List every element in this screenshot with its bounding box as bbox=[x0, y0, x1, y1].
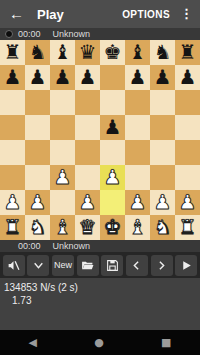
to-move-indicator-white bbox=[5, 242, 13, 250]
square-e5[interactable]: ♟ bbox=[100, 115, 125, 140]
black-player-name: Unknown bbox=[53, 28, 91, 40]
piece-white-pawn: ♟ bbox=[29, 190, 47, 215]
square-h8[interactable]: ♜ bbox=[175, 40, 200, 65]
black-clock: 00:00 bbox=[18, 28, 41, 40]
square-g6[interactable] bbox=[150, 90, 175, 115]
engine-output-panel: 134853 N/s (2 s) 1.73 bbox=[0, 278, 200, 330]
piece-white-pawn: ♟ bbox=[104, 165, 122, 190]
piece-black-pawn: ♟ bbox=[79, 65, 97, 90]
square-f3[interactable] bbox=[125, 165, 150, 190]
options-button[interactable]: OPTIONS bbox=[122, 9, 170, 20]
square-c3[interactable]: ♟ bbox=[50, 165, 75, 190]
square-b5[interactable] bbox=[25, 115, 50, 140]
square-a7[interactable]: ♟ bbox=[0, 65, 25, 90]
piece-white-pawn: ♟ bbox=[154, 190, 172, 215]
android-back-icon[interactable]: ◀ bbox=[19, 336, 47, 349]
black-player-bar: 00:00 Unknown bbox=[0, 28, 200, 40]
piece-white-pawn: ♟ bbox=[79, 190, 97, 215]
piece-white-rook: ♜ bbox=[4, 215, 22, 240]
square-a3[interactable] bbox=[0, 165, 25, 190]
white-clock: 00:00 bbox=[18, 240, 41, 252]
square-g8[interactable]: ♞ bbox=[150, 40, 175, 65]
new-game-button[interactable]: New bbox=[52, 255, 74, 276]
square-f8[interactable]: ♝ bbox=[125, 40, 150, 65]
square-c8[interactable]: ♝ bbox=[50, 40, 75, 65]
piece-black-king: ♚ bbox=[104, 40, 122, 65]
square-b7[interactable]: ♟ bbox=[25, 65, 50, 90]
square-h1[interactable]: ♜ bbox=[175, 215, 200, 240]
square-g3[interactable] bbox=[150, 165, 175, 190]
square-a6[interactable] bbox=[0, 90, 25, 115]
android-nav-bar: ◀ ● ■ bbox=[0, 330, 200, 355]
square-d5[interactable] bbox=[75, 115, 100, 140]
square-d4[interactable] bbox=[75, 140, 100, 165]
white-player-name: Unknown bbox=[53, 240, 91, 252]
toolbar: New bbox=[0, 252, 200, 278]
play-triangle-icon bbox=[180, 259, 193, 272]
square-f7[interactable]: ♟ bbox=[125, 65, 150, 90]
square-h3[interactable] bbox=[175, 165, 200, 190]
floppy-disk-icon bbox=[106, 259, 119, 272]
square-d6[interactable] bbox=[75, 90, 100, 115]
play-button[interactable] bbox=[175, 255, 197, 276]
piece-black-pawn: ♟ bbox=[129, 65, 147, 90]
square-h2[interactable]: ♟ bbox=[175, 190, 200, 215]
chess-board: ♜♞♝♛♚♝♞♜♟♟♟♟♟♟♟♟♟♟♟♟♟♟♟♟♜♞♝♛♚♝♞♜ bbox=[0, 40, 200, 240]
piece-white-bishop: ♝ bbox=[54, 215, 72, 240]
square-c7[interactable]: ♟ bbox=[50, 65, 75, 90]
piece-black-pawn: ♟ bbox=[154, 65, 172, 90]
square-d1[interactable]: ♛ bbox=[75, 215, 100, 240]
piece-white-pawn: ♟ bbox=[4, 190, 22, 215]
square-d2[interactable]: ♟ bbox=[75, 190, 100, 215]
square-e1[interactable]: ♚ bbox=[100, 215, 125, 240]
piece-white-queen: ♛ bbox=[79, 215, 97, 240]
to-move-indicator-black bbox=[5, 30, 13, 38]
square-e8[interactable]: ♚ bbox=[100, 40, 125, 65]
square-g4[interactable] bbox=[150, 140, 175, 165]
save-button[interactable] bbox=[101, 255, 123, 276]
piece-black-knight: ♞ bbox=[29, 40, 47, 65]
step-back-button[interactable] bbox=[126, 255, 148, 276]
engine-eval-line: 1.73 bbox=[4, 294, 200, 307]
android-recents-icon[interactable]: ■ bbox=[151, 336, 181, 349]
piece-black-pawn: ♟ bbox=[29, 65, 47, 90]
square-a8[interactable]: ♜ bbox=[0, 40, 25, 65]
page-title: Play bbox=[37, 7, 122, 22]
android-home-icon[interactable]: ● bbox=[84, 336, 114, 349]
square-e4[interactable] bbox=[100, 140, 125, 165]
square-f2[interactable]: ♟ bbox=[125, 190, 150, 215]
chevron-down-icon bbox=[32, 259, 45, 272]
square-f1[interactable]: ♝ bbox=[125, 215, 150, 240]
square-c1[interactable]: ♝ bbox=[50, 215, 75, 240]
piece-white-king: ♚ bbox=[104, 215, 122, 240]
back-arrow-icon[interactable]: ← bbox=[0, 5, 28, 24]
piece-white-knight: ♞ bbox=[29, 215, 47, 240]
piece-black-bishop: ♝ bbox=[54, 40, 72, 65]
square-d7[interactable]: ♟ bbox=[75, 65, 100, 90]
square-d3[interactable] bbox=[75, 165, 100, 190]
square-e6[interactable] bbox=[100, 90, 125, 115]
square-h5[interactable] bbox=[175, 115, 200, 140]
muted-speaker-icon bbox=[7, 259, 20, 272]
square-c2[interactable] bbox=[50, 190, 75, 215]
square-e2[interactable] bbox=[100, 190, 125, 215]
kebab-menu-icon[interactable]: ⋮ bbox=[177, 6, 200, 23]
square-b8[interactable]: ♞ bbox=[25, 40, 50, 65]
piece-black-pawn: ♟ bbox=[4, 65, 22, 90]
screen: ← Play OPTIONS ⋮ 00:00 Unknown ♜♞♝♛♚♝♞♜♟… bbox=[0, 0, 200, 355]
square-f6[interactable] bbox=[125, 90, 150, 115]
square-b2[interactable]: ♟ bbox=[25, 190, 50, 215]
square-c4[interactable] bbox=[50, 140, 75, 165]
piece-black-pawn: ♟ bbox=[104, 115, 122, 140]
square-h4[interactable] bbox=[175, 140, 200, 165]
square-b4[interactable] bbox=[25, 140, 50, 165]
piece-white-bishop: ♝ bbox=[129, 215, 147, 240]
piece-white-knight: ♞ bbox=[154, 215, 172, 240]
piece-white-pawn: ♟ bbox=[129, 190, 147, 215]
square-e7[interactable] bbox=[100, 65, 125, 90]
piece-black-knight: ♞ bbox=[154, 40, 172, 65]
square-f4[interactable] bbox=[125, 140, 150, 165]
square-g2[interactable]: ♟ bbox=[150, 190, 175, 215]
square-b1[interactable]: ♞ bbox=[25, 215, 50, 240]
load-button[interactable] bbox=[77, 255, 99, 276]
piece-black-bishop: ♝ bbox=[129, 40, 147, 65]
piece-black-pawn: ♟ bbox=[179, 65, 197, 90]
piece-white-rook: ♜ bbox=[179, 215, 197, 240]
square-c6[interactable] bbox=[50, 90, 75, 115]
step-forward-button[interactable] bbox=[151, 255, 173, 276]
chevron-left-icon bbox=[130, 259, 143, 272]
square-g7[interactable]: ♟ bbox=[150, 65, 175, 90]
open-folder-icon bbox=[81, 259, 94, 272]
piece-black-pawn: ♟ bbox=[54, 65, 72, 90]
square-g5[interactable] bbox=[150, 115, 175, 140]
piece-black-queen: ♛ bbox=[79, 40, 97, 65]
square-d8[interactable]: ♛ bbox=[75, 40, 100, 65]
square-g1[interactable]: ♞ bbox=[150, 215, 175, 240]
square-c5[interactable] bbox=[50, 115, 75, 140]
engine-nps-line: 134853 N/s (2 s) bbox=[4, 281, 200, 294]
square-b6[interactable] bbox=[25, 90, 50, 115]
piece-white-pawn: ♟ bbox=[54, 165, 72, 190]
square-h6[interactable] bbox=[175, 90, 200, 115]
app-bar: ← Play OPTIONS ⋮ bbox=[0, 0, 200, 28]
square-a5[interactable] bbox=[0, 115, 25, 140]
mute-button[interactable] bbox=[3, 255, 25, 276]
square-f5[interactable] bbox=[125, 115, 150, 140]
piece-black-rook: ♜ bbox=[179, 40, 197, 65]
square-b3[interactable] bbox=[25, 165, 50, 190]
piece-black-rook: ♜ bbox=[4, 40, 22, 65]
expand-button[interactable] bbox=[27, 255, 49, 276]
white-player-bar: 00:00 Unknown bbox=[0, 240, 200, 252]
piece-white-pawn: ♟ bbox=[179, 190, 197, 215]
square-e3[interactable]: ♟ bbox=[100, 165, 125, 190]
square-a1[interactable]: ♜ bbox=[0, 215, 25, 240]
square-a4[interactable] bbox=[0, 140, 25, 165]
square-h7[interactable]: ♟ bbox=[175, 65, 200, 90]
square-a2[interactable]: ♟ bbox=[0, 190, 25, 215]
chevron-right-icon bbox=[155, 259, 168, 272]
